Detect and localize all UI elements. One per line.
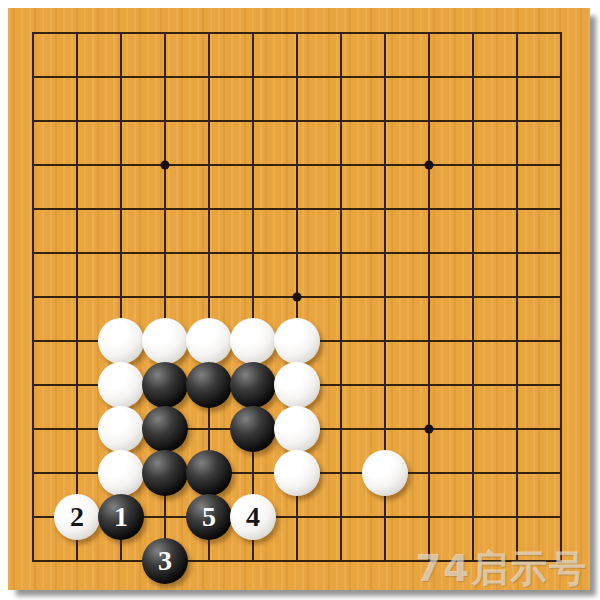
grid-line-v-10: [428, 32, 430, 562]
watermark-text: 74启示号: [416, 544, 589, 594]
white-stone: [98, 406, 144, 452]
white-stone: [274, 406, 320, 452]
black-stone-move-1: 1: [98, 494, 144, 540]
white-stone: [186, 318, 232, 364]
black-stone: [186, 450, 232, 496]
white-stone: [274, 362, 320, 408]
white-stone: [98, 450, 144, 496]
black-stone: [142, 406, 188, 452]
grid-line-v-11: [472, 32, 474, 562]
white-stone: [230, 318, 276, 364]
white-stone-move-2: 2: [54, 494, 100, 540]
white-stone: [98, 318, 144, 364]
black-stone: [142, 450, 188, 496]
black-stone-move-5: 5: [186, 494, 232, 540]
black-stone: [230, 362, 276, 408]
star-point: [293, 293, 302, 302]
black-stone: [142, 362, 188, 408]
star-point: [425, 161, 434, 170]
white-stone: [274, 318, 320, 364]
white-stone: [142, 318, 188, 364]
grid-line-v-12: [516, 32, 518, 562]
white-stone: [362, 450, 408, 496]
star-point: [425, 425, 434, 434]
go-board: 21543: [8, 8, 590, 590]
white-stone: [274, 450, 320, 496]
black-stone: [230, 406, 276, 452]
black-stone-move-3: 3: [142, 538, 188, 584]
grid-line-v-13: [560, 32, 562, 562]
white-stone: [98, 362, 144, 408]
star-point: [161, 161, 170, 170]
grid-line-v-8: [340, 32, 342, 562]
black-stone: [186, 362, 232, 408]
white-stone-move-4: 4: [230, 494, 276, 540]
